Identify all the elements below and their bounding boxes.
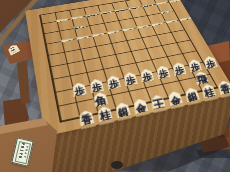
shogi-piece-銀-r9c7: 銀 — [183, 86, 201, 105]
shogi-piece-桂-r9c2: 桂 — [96, 105, 115, 125]
shogi-piece-歩-r7c4: 歩 — [122, 71, 139, 89]
shogi-piece-銀-r1c3: 銀 — [85, 13, 100, 28]
shogi-piece-歩-r7c7: 歩 — [171, 61, 188, 79]
shogi-piece-歩-r3c8: 歩 — [165, 19, 180, 34]
table-leg-knob — [111, 161, 123, 169]
shogi-piece-歩-r7c6: 歩 — [155, 65, 172, 83]
shogi-piece-歩-r3c7: 歩 — [151, 21, 166, 36]
shogi-piece-歩-r7c3: 歩 — [105, 74, 122, 92]
shogi-piece-銀-r9c3: 銀 — [114, 101, 133, 121]
shogi-piece-歩-r7c1: 歩 — [71, 81, 89, 100]
shogi-piece-歩-r3c6: 歩 — [136, 24, 151, 39]
shogi-piece-香-r9c9: 香 — [216, 79, 230, 98]
shogi-piece-金-r1c4: 金 — [99, 10, 114, 24]
shogi-piece-歩-r7c2: 歩 — [88, 78, 106, 97]
shogi-piece-金-r9c6: 金 — [166, 90, 185, 109]
shogi-piece-歩-r3c5: 歩 — [121, 27, 137, 42]
shogi-piece-歩-r3c1: 歩 — [60, 38, 76, 54]
shogi-piece-歩-r7c5: 歩 — [139, 68, 156, 86]
shogi-piece-香-r9c1: 香 — [77, 109, 96, 130]
shogi-piece-歩-r3c3: 歩 — [91, 32, 107, 48]
shogi-piece-金-r9c4: 金 — [132, 97, 151, 117]
board-grid: 香桂銀金玉金銀桂香飛角歩歩歩歩歩歩歩歩歩歩歩歩歩歩歩歩歩歩角飛香桂銀金王金銀桂香 — [39, 0, 218, 123]
shogi-piece-玉-r1c5: 玉 — [114, 8, 129, 22]
shogi-piece-歩-r3c2: 歩 — [76, 35, 92, 51]
shogi-piece-王-r9c5: 王 — [149, 94, 168, 114]
shogi-piece-桂-r9c8: 桂 — [200, 83, 218, 102]
shogi-piece-銀-r1c7: 銀 — [142, 3, 157, 17]
shogi-piece-金-r1c6: 金 — [128, 5, 143, 19]
shogi-piece-角-r8c2: 角 — [92, 91, 110, 110]
shogi-piece-歩-r3c4: 歩 — [106, 29, 122, 45]
shogi-piece-香-r1c1: 香 — [56, 18, 71, 33]
shogi-photo: 香桂銀金玉金銀桂香飛角歩歩歩歩歩歩歩歩歩歩歩歩歩歩歩歩歩歩角飛香桂銀金王金銀桂香 — [0, 0, 230, 172]
